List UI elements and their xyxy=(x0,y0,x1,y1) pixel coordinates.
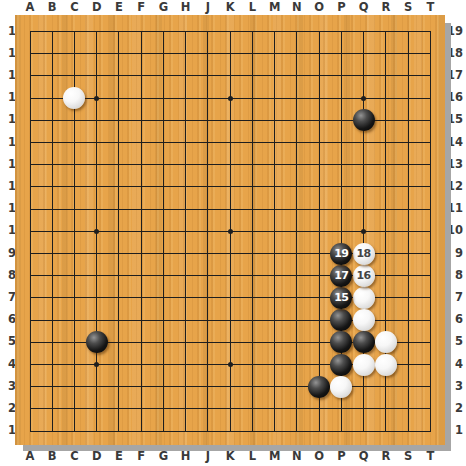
row-label-right-7: 7 xyxy=(455,292,463,304)
column-label-bottom-S: S xyxy=(404,451,412,463)
column-label-bottom-G: G xyxy=(159,451,168,463)
row-label-right-19: 19 xyxy=(447,26,463,38)
column-label-top-M: M xyxy=(269,2,280,14)
column-label-bottom-E: E xyxy=(115,451,123,463)
column-label-bottom-R: R xyxy=(381,451,390,463)
stone-black-Q15 xyxy=(353,109,375,131)
column-label-bottom-J: J xyxy=(206,451,210,463)
stone-white-Q8: 16 xyxy=(353,265,375,287)
go-board[interactable]: 1516171819 xyxy=(15,15,445,445)
stone-move-number-19: 19 xyxy=(330,243,352,265)
star-point-K10 xyxy=(228,229,233,234)
star-point-D16 xyxy=(94,96,99,101)
column-label-top-B: B xyxy=(48,2,57,14)
row-label-right-13: 13 xyxy=(447,159,463,171)
row-label-right-16: 16 xyxy=(447,92,463,104)
column-label-top-G: G xyxy=(159,2,168,14)
stone-white-R4 xyxy=(375,354,397,376)
stone-move-number-18: 18 xyxy=(353,243,375,265)
row-label-right-3: 3 xyxy=(455,381,463,393)
column-label-bottom-Q: Q xyxy=(359,451,369,463)
stone-black-P9: 19 xyxy=(330,243,352,265)
row-label-right-11: 11 xyxy=(447,203,463,215)
stone-white-Q6 xyxy=(353,309,375,331)
column-label-top-S: S xyxy=(404,2,412,14)
grid-vline-M xyxy=(274,31,275,432)
column-label-top-C: C xyxy=(70,2,78,14)
column-label-bottom-K: K xyxy=(226,451,235,463)
row-label-right-9: 9 xyxy=(455,248,463,260)
grid-hline-3 xyxy=(30,386,431,387)
column-label-bottom-L: L xyxy=(249,451,256,463)
column-label-top-T: T xyxy=(426,2,434,14)
stone-white-Q7 xyxy=(353,287,375,309)
column-label-bottom-P: P xyxy=(337,451,345,463)
row-label-right-17: 17 xyxy=(447,70,463,82)
stone-black-P4 xyxy=(330,354,352,376)
column-label-bottom-B: B xyxy=(48,451,57,463)
row-label-right-4: 4 xyxy=(455,359,463,371)
star-point-K16 xyxy=(228,96,233,101)
column-label-top-N: N xyxy=(292,2,302,14)
stone-move-number-17: 17 xyxy=(330,265,352,287)
grid-vline-S xyxy=(408,31,409,432)
star-point-D10 xyxy=(94,229,99,234)
stone-move-number-15: 15 xyxy=(330,287,352,309)
star-point-Q10 xyxy=(361,229,366,234)
grid-hline-1 xyxy=(30,431,431,432)
stone-black-P5 xyxy=(330,331,352,353)
row-label-right-8: 8 xyxy=(455,270,463,282)
column-label-top-F: F xyxy=(137,2,145,14)
column-label-top-E: E xyxy=(115,2,123,14)
grid-vline-O xyxy=(319,31,320,432)
stone-black-O3 xyxy=(308,376,330,398)
column-label-top-D: D xyxy=(92,2,102,14)
column-label-bottom-T: T xyxy=(426,451,434,463)
column-label-top-Q: Q xyxy=(359,2,369,14)
column-label-top-A: A xyxy=(26,2,35,14)
column-label-bottom-F: F xyxy=(137,451,145,463)
column-label-bottom-C: C xyxy=(70,451,78,463)
row-label-right-2: 2 xyxy=(455,403,463,415)
column-label-bottom-O: O xyxy=(314,451,324,463)
column-label-top-R: R xyxy=(381,2,390,14)
column-label-top-O: O xyxy=(314,2,324,14)
stone-white-C16 xyxy=(63,87,85,109)
grid-hline-2 xyxy=(30,408,431,409)
column-label-bottom-A: A xyxy=(26,451,35,463)
stone-move-number-16: 16 xyxy=(353,265,375,287)
star-point-K4 xyxy=(228,362,233,367)
grid-vline-T xyxy=(430,31,431,432)
column-label-bottom-M: M xyxy=(269,451,280,463)
stone-black-P7: 15 xyxy=(330,287,352,309)
row-label-right-10: 10 xyxy=(447,226,463,238)
stone-black-D5 xyxy=(86,331,108,353)
column-label-top-P: P xyxy=(337,2,345,14)
column-label-top-K: K xyxy=(226,2,235,14)
stone-white-Q4 xyxy=(353,354,375,376)
column-label-top-H: H xyxy=(181,2,191,14)
row-label-right-6: 6 xyxy=(455,314,463,326)
column-label-bottom-D: D xyxy=(92,451,102,463)
row-label-right-15: 15 xyxy=(447,115,463,127)
grid-vline-L xyxy=(252,31,253,432)
row-label-right-12: 12 xyxy=(447,181,463,193)
column-label-top-J: J xyxy=(206,2,210,14)
row-label-right-5: 5 xyxy=(455,337,463,349)
stone-white-Q9: 18 xyxy=(353,243,375,265)
stone-white-P3 xyxy=(330,376,352,398)
row-label-right-14: 14 xyxy=(447,137,463,149)
star-point-D4 xyxy=(94,362,99,367)
stone-black-P8: 17 xyxy=(330,265,352,287)
column-label-top-L: L xyxy=(249,2,256,14)
row-label-right-18: 18 xyxy=(447,48,463,60)
grid-vline-N xyxy=(296,31,297,432)
stone-white-R5 xyxy=(375,331,397,353)
column-label-bottom-H: H xyxy=(181,451,191,463)
stone-black-P6 xyxy=(330,309,352,331)
stone-black-Q5 xyxy=(353,331,375,353)
column-label-bottom-N: N xyxy=(292,451,302,463)
go-board-diagram: ABCDEFGHJKLMNOPQRST ABCDEFGHJKLMNOPQRST … xyxy=(0,0,466,466)
star-point-Q16 xyxy=(361,96,366,101)
row-label-right-1: 1 xyxy=(455,425,463,437)
